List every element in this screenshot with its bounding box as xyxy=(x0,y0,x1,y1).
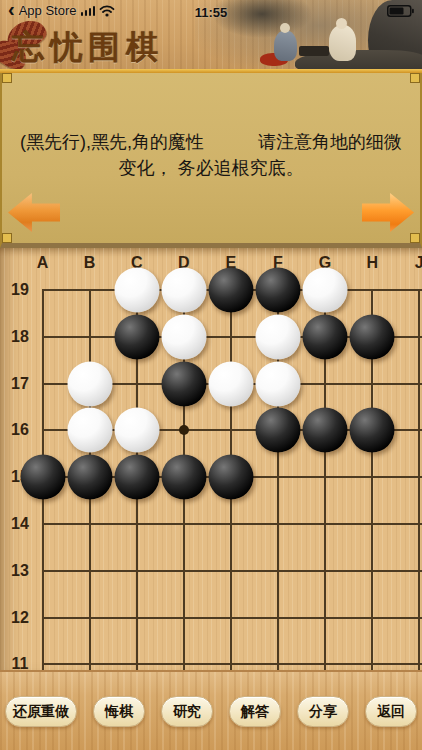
grid-line-horizontal xyxy=(42,570,422,572)
row-label: 16 xyxy=(11,421,29,439)
black-stone-D17[interactable] xyxy=(161,361,206,406)
row-label: 11 xyxy=(12,655,29,670)
black-stone-C18[interactable] xyxy=(114,314,159,359)
battery-icon xyxy=(387,5,414,17)
white-stone-C16[interactable] xyxy=(114,408,159,453)
grid-line-vertical xyxy=(418,289,420,670)
black-stone-F19[interactable] xyxy=(256,268,301,313)
column-label: H xyxy=(366,254,378,272)
bottom-toolbar: 还原重做 悔棋 研究 解答 分享 返回 xyxy=(0,670,422,750)
white-stone-C19[interactable] xyxy=(114,268,159,313)
status-bar: ‹ App Store 11:55 xyxy=(0,0,422,24)
white-stone-B17[interactable] xyxy=(67,361,112,406)
white-stone-D19[interactable] xyxy=(161,268,206,313)
share-button[interactable]: 分享 xyxy=(297,696,349,727)
white-stone-F18[interactable] xyxy=(256,314,301,359)
row-label: 14 xyxy=(11,515,29,533)
row-label: 13 xyxy=(11,562,29,580)
white-stone-E17[interactable] xyxy=(208,361,253,406)
status-right xyxy=(387,5,414,17)
black-stone-D15[interactable] xyxy=(161,455,206,500)
painting-figure-left-head xyxy=(280,23,290,33)
previous-problem-arrow[interactable] xyxy=(8,193,60,232)
toolbar-button-row: 还原重做 悔棋 研究 解答 分享 返回 xyxy=(5,696,417,727)
black-stone-C15[interactable] xyxy=(114,455,159,500)
white-stone-F17[interactable] xyxy=(256,361,301,406)
black-stone-E15[interactable] xyxy=(208,455,253,500)
black-stone-H16[interactable] xyxy=(350,408,395,453)
app-screen: 忘忧围棋 ‹ App Store 11:55 xyxy=(0,0,422,750)
clock: 11:55 xyxy=(0,5,422,20)
answer-button[interactable]: 解答 xyxy=(229,696,281,727)
column-label: B xyxy=(84,254,96,272)
painting-go-table xyxy=(299,46,329,56)
problem-description: (黑先行),黑先,角的魔性 请注意角地的细微 变化， 务必追根究底。 xyxy=(8,129,414,181)
banner-gold-divider xyxy=(0,69,422,73)
column-label: A xyxy=(37,254,49,272)
go-board[interactable]: ABCDEFGHJ191817161514131211 xyxy=(0,248,422,670)
white-stone-B16[interactable] xyxy=(67,408,112,453)
panel-corner-ornament xyxy=(410,233,420,243)
star-point xyxy=(179,425,189,435)
white-stone-D18[interactable] xyxy=(161,314,206,359)
app-title: 忘忧围棋 xyxy=(12,26,164,70)
black-stone-G16[interactable] xyxy=(303,408,348,453)
research-button[interactable]: 研究 xyxy=(161,696,213,727)
reset-redo-button[interactable]: 还原重做 xyxy=(5,696,77,727)
panel-corner-ornament xyxy=(2,233,12,243)
grid-line-horizontal xyxy=(42,523,422,525)
white-stone-G19[interactable] xyxy=(303,268,348,313)
undo-move-button[interactable]: 悔棋 xyxy=(93,696,145,727)
panel-corner-ornament xyxy=(2,73,12,83)
black-stone-H18[interactable] xyxy=(350,314,395,359)
row-label: 19 xyxy=(11,281,29,299)
grid-line-horizontal xyxy=(42,663,422,665)
painting-figure-right xyxy=(329,25,356,61)
painting-figure-left xyxy=(274,30,297,61)
row-label: 17 xyxy=(11,375,29,393)
row-label: 18 xyxy=(11,328,29,346)
column-label: J xyxy=(415,254,422,272)
next-problem-arrow[interactable] xyxy=(362,193,414,232)
problem-panel: (黑先行),黑先,角的魔性 请注意角地的细微 变化， 务必追根究底。 xyxy=(0,73,422,248)
row-label: 12 xyxy=(11,609,29,627)
black-stone-G18[interactable] xyxy=(303,314,348,359)
back-button[interactable]: 返回 xyxy=(365,696,417,727)
black-stone-A15[interactable] xyxy=(20,455,65,500)
black-stone-B15[interactable] xyxy=(67,455,112,500)
black-stone-F16[interactable] xyxy=(256,408,301,453)
problem-line-2: 变化， 务必追根究底。 xyxy=(8,155,414,181)
grid-line-horizontal xyxy=(42,617,422,619)
problem-line-1: (黑先行),黑先,角的魔性 请注意角地的细微 xyxy=(8,129,414,155)
panel-corner-ornament xyxy=(410,73,420,83)
black-stone-E19[interactable] xyxy=(208,268,253,313)
